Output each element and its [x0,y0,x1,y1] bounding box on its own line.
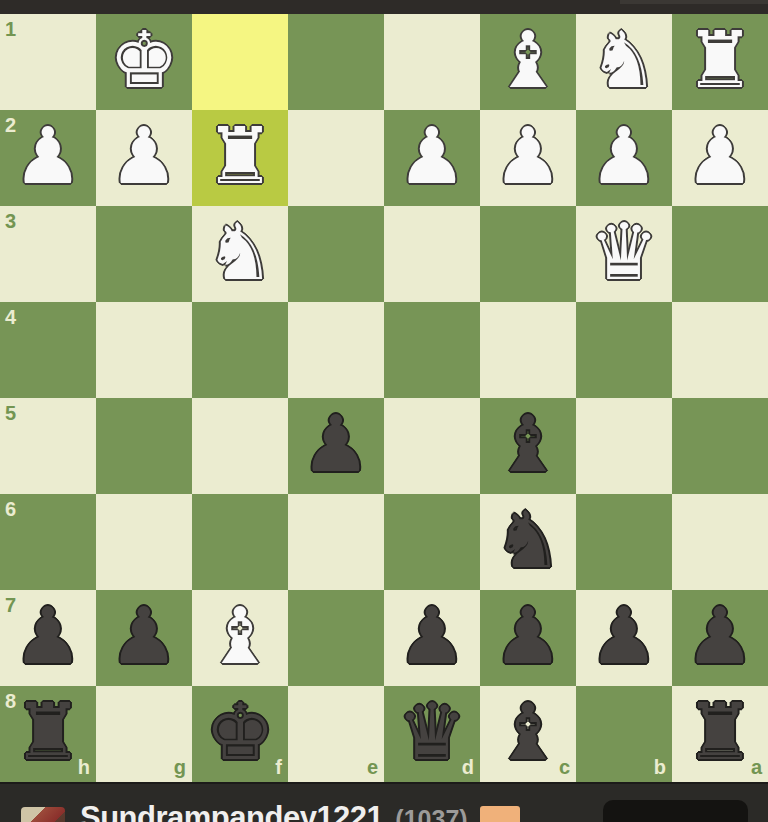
square-c2[interactable]: ♟ [480,110,576,206]
file-label-e: e [367,757,378,777]
square-e8[interactable]: e [288,686,384,782]
top-status-bar [0,0,768,14]
black-bishop-c8[interactable]: ♝ [480,686,576,782]
square-b2[interactable]: ♟ [576,110,672,206]
black-queen-d8[interactable]: ♛ [384,686,480,782]
square-d8[interactable]: d♛ [384,686,480,782]
white-king-g1[interactable]: ♚ [96,14,192,110]
square-a2[interactable]: ♟ [672,110,768,206]
black-bishop-c5[interactable]: ♝ [480,398,576,494]
player-clock [603,800,748,822]
white-knight-f3[interactable]: ♞ [192,206,288,302]
square-a3[interactable] [672,206,768,302]
rank-label-5: 5 [5,403,16,423]
square-b5[interactable] [576,398,672,494]
square-g5[interactable] [96,398,192,494]
square-a4[interactable] [672,302,768,398]
square-f7[interactable]: ♝ [192,590,288,686]
rank-label-1: 1 [5,19,16,39]
square-h1[interactable]: 1 [0,14,96,110]
square-a8[interactable]: a♜ [672,686,768,782]
file-label-g: g [174,757,186,777]
player-bar: Sundrampandey1221 (1037) [0,782,768,822]
square-f1[interactable] [192,14,288,110]
square-e1[interactable] [288,14,384,110]
square-h7[interactable]: 7♟ [0,590,96,686]
square-d3[interactable] [384,206,480,302]
chess-app: 1♚♝♞♜2♟♟♜♟♟♟♟3♞♛45♟♝6♞7♟♟♝♟♟♟♟8h♜gf♚ed♛c… [0,0,768,822]
white-rook-f2[interactable]: ♜ [192,110,288,206]
square-h6[interactable]: 6 [0,494,96,590]
black-king-f8[interactable]: ♚ [192,686,288,782]
square-g8[interactable]: g [96,686,192,782]
black-pawn-e5[interactable]: ♟ [288,398,384,494]
square-c8[interactable]: c♝ [480,686,576,782]
square-c6[interactable]: ♞ [480,494,576,590]
rank-label-4: 4 [5,307,16,327]
black-pawn-b7[interactable]: ♟ [576,590,672,686]
avatar[interactable] [21,807,65,822]
player-info: Sundrampandey1221 (1037) [80,784,520,822]
square-b1[interactable]: ♞ [576,14,672,110]
square-b3[interactable]: ♛ [576,206,672,302]
black-pawn-h7[interactable]: ♟ [0,590,96,686]
square-g6[interactable] [96,494,192,590]
top-bar-strip [620,0,768,4]
square-h8[interactable]: 8h♜ [0,686,96,782]
black-pawn-d7[interactable]: ♟ [384,590,480,686]
square-g7[interactable]: ♟ [96,590,192,686]
square-b8[interactable]: b [576,686,672,782]
square-g3[interactable] [96,206,192,302]
black-pawn-c7[interactable]: ♟ [480,590,576,686]
white-knight-b1[interactable]: ♞ [576,14,672,110]
square-a6[interactable] [672,494,768,590]
flag-badge-icon [480,806,520,822]
square-a1[interactable]: ♜ [672,14,768,110]
square-b6[interactable] [576,494,672,590]
square-a7[interactable]: ♟ [672,590,768,686]
white-pawn-b2[interactable]: ♟ [576,110,672,206]
square-g4[interactable] [96,302,192,398]
chess-board[interactable]: 1♚♝♞♜2♟♟♜♟♟♟♟3♞♛45♟♝6♞7♟♟♝♟♟♟♟8h♜gf♚ed♛c… [0,14,768,782]
white-pawn-h2[interactable]: ♟ [0,110,96,206]
square-h5[interactable]: 5 [0,398,96,494]
square-c1[interactable]: ♝ [480,14,576,110]
player-rating: (1037) [395,805,467,822]
square-d5[interactable] [384,398,480,494]
square-e4[interactable] [288,302,384,398]
square-c7[interactable]: ♟ [480,590,576,686]
square-e6[interactable] [288,494,384,590]
white-rook-a1[interactable]: ♜ [672,14,768,110]
file-label-b: b [654,757,666,777]
square-f5[interactable] [192,398,288,494]
square-e7[interactable] [288,590,384,686]
square-d6[interactable] [384,494,480,590]
square-c3[interactable] [480,206,576,302]
black-rook-h8[interactable]: ♜ [0,686,96,782]
square-d7[interactable]: ♟ [384,590,480,686]
white-pawn-a2[interactable]: ♟ [672,110,768,206]
square-d4[interactable] [384,302,480,398]
white-queen-b3[interactable]: ♛ [576,206,672,302]
square-g2[interactable]: ♟ [96,110,192,206]
black-pawn-g7[interactable]: ♟ [96,590,192,686]
square-d2[interactable]: ♟ [384,110,480,206]
square-b4[interactable] [576,302,672,398]
square-f4[interactable] [192,302,288,398]
square-a5[interactable] [672,398,768,494]
white-bishop-c1[interactable]: ♝ [480,14,576,110]
square-d1[interactable] [384,14,480,110]
square-h2[interactable]: 2♟ [0,110,96,206]
player-username[interactable]: Sundrampandey1221 [80,800,383,822]
black-pawn-a7[interactable]: ♟ [672,590,768,686]
square-f3[interactable]: ♞ [192,206,288,302]
square-f2[interactable]: ♜ [192,110,288,206]
black-rook-a8[interactable]: ♜ [672,686,768,782]
square-g1[interactable]: ♚ [96,14,192,110]
white-bishop-f7[interactable]: ♝ [192,590,288,686]
rank-label-6: 6 [5,499,16,519]
black-knight-c6[interactable]: ♞ [480,494,576,590]
square-b7[interactable]: ♟ [576,590,672,686]
square-f6[interactable] [192,494,288,590]
white-pawn-d2[interactable]: ♟ [384,110,480,206]
square-e2[interactable] [288,110,384,206]
white-pawn-g2[interactable]: ♟ [96,110,192,206]
white-pawn-c2[interactable]: ♟ [480,110,576,206]
square-f8[interactable]: f♚ [192,686,288,782]
square-c4[interactable] [480,302,576,398]
square-e3[interactable] [288,206,384,302]
rank-label-3: 3 [5,211,16,231]
square-c5[interactable]: ♝ [480,398,576,494]
square-h4[interactable]: 4 [0,302,96,398]
square-e5[interactable]: ♟ [288,398,384,494]
square-h3[interactable]: 3 [0,206,96,302]
